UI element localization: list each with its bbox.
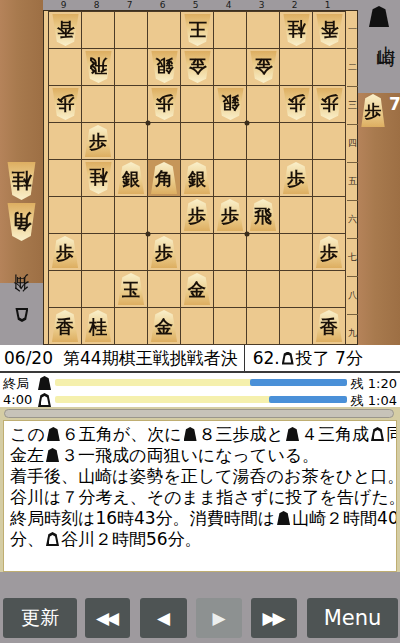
clock-panel: 終局残 1:204:00残 1:04 [0,373,400,407]
rank-label: 七 [347,239,358,277]
sente-piece-icon [369,6,389,27]
file-labels: 987654321 [47,0,345,10]
previous-move-button[interactable]: ◀ [140,598,187,638]
piece-飛: 飛 [249,199,278,231]
rank-label: 二 [347,49,358,87]
current-move: 62.投了 7分 [253,347,363,370]
piece-金: 金 [183,273,212,305]
square-6七: 歩 [148,234,181,271]
square-7七 [115,234,148,271]
square-8六 [82,197,115,234]
piece-歩: 歩 [51,88,80,120]
piece-歩: 歩 [315,236,344,268]
piece-歩: 歩 [216,199,245,231]
piece-歩: 歩 [315,88,344,120]
piece-銀: 銀 [183,162,212,194]
square-4五 [214,160,247,197]
fast-forward-button[interactable]: ▶▶ [251,598,297,638]
square-8四: 歩 [82,123,115,160]
star-point [245,121,250,126]
rank-label: 四 [347,125,358,163]
piece-銀: 銀 [117,162,146,194]
piece-香: 香 [51,14,80,46]
clock-label: 4:00 [3,392,32,407]
square-3七 [247,234,280,271]
square-7九 [115,308,148,345]
black-piece-mark [46,448,59,462]
double-left-arrow-icon: ◀◀ [96,608,119,628]
clock-row-sente: 終局残 1:20 [0,375,400,391]
square-3五 [247,160,280,197]
square-5六: 歩 [181,197,214,234]
square-5四 [181,123,214,160]
square-5二: 金 [181,49,214,86]
square-8一 [82,12,115,49]
square-3八 [247,271,280,308]
commentary-text: この６五角が、次に８三歩成と４三角成同金左３一飛成の両狙いになっている。着手後、… [3,420,397,572]
square-6一 [148,12,181,49]
square-1九: 香 [313,308,346,345]
square-2四 [280,123,313,160]
gote-player-plate: 谷川 [0,282,43,344]
piece-玉: 玉 [117,273,146,305]
sente-piece-mark [38,376,51,390]
square-8二: 飛 [82,49,115,86]
square-7四 [115,123,148,160]
square-3一 [247,12,280,49]
star-point [245,232,250,237]
square-6八 [148,271,181,308]
piece-飛: 飛 [84,51,113,83]
piece-歩: 歩 [150,88,179,120]
square-9三: 歩 [49,86,82,123]
black-piece-mark [47,427,60,441]
square-4六: 歩 [214,197,247,234]
square-6三: 歩 [148,86,181,123]
square-7三 [115,86,148,123]
piece-角: 角 [150,162,179,194]
sente-player-name: 山崎 [358,30,400,36]
square-6五: 角 [148,160,181,197]
square-1一: 香 [313,12,346,49]
square-1五 [313,160,346,197]
square-4二 [214,49,247,86]
commentary-line: 終局時刻は16時43分。消費時間は山崎２時間40 [10,508,390,529]
square-7六 [115,197,148,234]
square-5八: 金 [181,271,214,308]
square-3六: 飛 [247,197,280,234]
square-9七: 歩 [49,234,82,271]
file-label: 7 [113,0,146,10]
piece-金: 金 [150,310,179,342]
shogi-board: 香王桂香飛銀金金歩歩銀歩歩歩桂銀角銀歩歩歩飛歩歩歩玉金香桂金香 一二三四五六七八… [43,10,358,345]
next-move-button[interactable]: ▶ [196,598,242,638]
square-1七: 歩 [313,234,346,271]
square-5一: 王 [181,12,214,49]
piece-桂: 桂 [84,310,113,342]
square-2八 [280,271,313,308]
square-2一: 桂 [280,12,313,49]
piece-桂: 桂 [84,162,113,194]
file-label: 2 [278,0,311,10]
gote-hand-pieces: 桂角 [6,162,37,241]
file-label: 4 [212,0,245,10]
piece-金: 金 [183,51,212,83]
piece-香: 香 [315,310,344,342]
piece-歩: 歩 [51,236,80,268]
piece-香: 香 [315,14,344,46]
file-label: 3 [245,0,278,10]
sente-hand-pieces: 歩 7 [360,94,400,127]
rank-label: 一 [347,11,358,49]
clock-label: 終局 [3,375,29,393]
square-2三: 歩 [280,86,313,123]
square-5九 [181,308,214,345]
right-arrow-icon: ▶ [212,608,225,628]
rank-label: 六 [347,201,358,239]
piece-銀: 銀 [216,88,245,120]
sente-captured-tray [358,93,400,345]
rewind-to-start-button[interactable]: ◀◀ [85,598,130,638]
square-9九: 香 [49,308,82,345]
piece-王: 王 [183,14,212,46]
time-remaining-bar [269,396,347,403]
piece-歩: 歩 [282,162,311,194]
piece-香: 香 [51,310,80,342]
square-4三: 銀 [214,86,247,123]
square-4九 [214,308,247,345]
clock-row-gote: 4:00残 1:04 [0,392,400,408]
left-arrow-icon: ◀ [157,608,170,628]
commentary-line: この６五角が、次に８三歩成と４三角成同 [10,424,390,445]
rank-label: 八 [347,277,358,315]
rank-label: 三 [347,87,358,125]
square-8七 [82,234,115,271]
square-8九: 桂 [82,308,115,345]
square-2七 [280,234,313,271]
commentary-line: 金左３一飛成の両狙いになっている。 [10,445,390,466]
event-title: 第44期棋王戦挑戦者決 [63,347,238,370]
square-9五 [49,160,82,197]
square-6六 [148,197,181,234]
black-piece-mark [184,427,197,441]
square-1六 [313,197,346,234]
piece-金: 金 [249,51,278,83]
file-label: 8 [80,0,113,10]
square-5七 [181,234,214,271]
update-button[interactable]: 更新 [3,598,77,638]
sente-player-plate: 山崎 [358,0,400,93]
black-piece-mark [286,427,299,441]
game-info-bar: 06/20 第44期棋王戦挑戦者決 62.投了 7分 [0,345,400,373]
square-4四 [214,123,247,160]
square-9二 [49,49,82,86]
square-9六 [49,197,82,234]
square-1八 [313,271,346,308]
time-remaining-bar [250,379,347,386]
square-8三 [82,86,115,123]
square-6四 [148,123,181,160]
gote-hand-角: 角 [6,203,37,241]
square-5五: 銀 [181,160,214,197]
commentary-line: 谷川は７分考え、そのまま指さずに投了を告げた。 [10,487,390,508]
square-6九: 金 [148,308,181,345]
square-1四 [313,123,346,160]
sente-hand-pawn: 歩 [360,94,386,127]
square-2九 [280,308,313,345]
square-3二: 金 [247,49,280,86]
square-3九 [247,308,280,345]
white-piece-mark [282,352,294,365]
file-label: 9 [47,0,80,10]
time-bar [55,396,347,403]
piece-歩: 歩 [84,125,113,157]
square-7二 [115,49,148,86]
black-piece-mark [277,511,290,525]
toolbar: 更新 ◀◀ ◀ ▶ ▶▶ Menu [0,572,400,643]
square-9一: 香 [49,12,82,49]
file-label: 1 [311,0,344,10]
board-grid: 香王桂香飛銀金金歩歩銀歩歩歩桂銀角銀歩歩歩飛歩歩歩玉金香桂金香 [48,11,346,345]
square-1三: 歩 [313,86,346,123]
rank-labels: 一二三四五六七八九 [347,11,358,352]
square-6二: 銀 [148,49,181,86]
square-2二 [280,49,313,86]
star-point [146,121,151,126]
square-5三 [181,86,214,123]
piece-銀: 銀 [150,51,179,83]
square-8八 [82,271,115,308]
gote-player-name: 谷川 [11,301,32,325]
commentary-line: 分、谷川２時間56分。 [10,529,390,550]
square-4八 [214,271,247,308]
time-bar [55,379,347,386]
square-9四 [49,123,82,160]
drag-handle[interactable] [4,409,394,418]
file-label: 6 [146,0,179,10]
menu-button[interactable]: Menu [307,598,398,638]
divider [244,345,245,371]
gote-piece-mark [38,393,51,407]
square-8五: 桂 [82,160,115,197]
time-remaining-label: 残 1:20 [351,375,397,393]
square-3四 [247,123,280,160]
gote-hand-桂: 桂 [6,162,37,200]
square-4一 [214,12,247,49]
square-2六 [280,197,313,234]
square-3三 [247,86,280,123]
file-label: 5 [179,0,212,10]
rank-label: 五 [347,163,358,201]
piece-歩: 歩 [150,236,179,268]
white-piece-mark [46,532,59,546]
square-2五: 歩 [280,160,313,197]
game-date: 06/20 [4,348,53,368]
white-piece-mark [371,427,384,441]
commentary-panel: この６五角が、次に８三歩成と４三角成同金左３一飛成の両狙いになっている。着手後、… [0,407,400,572]
square-7五: 銀 [115,160,148,197]
square-1二 [313,49,346,86]
piece-歩: 歩 [282,88,311,120]
gote-piece-icon [16,308,29,322]
double-right-arrow-icon: ▶▶ [262,608,285,628]
piece-歩: 歩 [183,199,212,231]
square-4七 [214,234,247,271]
square-9八 [49,271,82,308]
star-point [146,232,151,237]
square-7一 [115,12,148,49]
sente-hand-pawn-count: 7 [389,94,400,114]
commentary-line: 着手後、山崎は姿勢を正して湯呑のお茶をひと口。 [10,466,390,487]
square-7八: 玉 [115,271,148,308]
piece-桂: 桂 [282,14,311,46]
